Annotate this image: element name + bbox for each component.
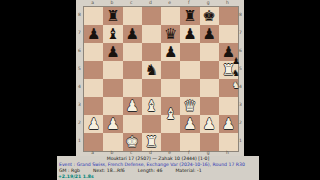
black-rook[interactable]: ♜ [183, 9, 196, 24]
square-g1[interactable] [200, 133, 219, 151]
square-a4[interactable] [84, 79, 103, 97]
square-d8[interactable] [142, 7, 161, 25]
white-king[interactable]: ♚ [125, 135, 138, 150]
square-g7[interactable]: ♟ [200, 25, 219, 43]
white-bishop[interactable]: ♝ [164, 107, 177, 122]
video-frame: abcdefgh ♜♜♚♟♝♟♛♟♟♟♟♟♞♜♟♝♝♛♟♟♟♟♟♚♜ abcde… [0, 0, 320, 180]
square-g8[interactable]: ♚ [200, 7, 219, 25]
black-pawn[interactable]: ♟ [125, 27, 138, 42]
white-rook[interactable]: ♜ [145, 135, 158, 150]
black-pawn[interactable]: ♟ [164, 45, 177, 60]
white-bishop[interactable]: ♝ [145, 99, 158, 114]
square-c7[interactable]: ♟ [123, 25, 142, 43]
square-g5[interactable] [200, 61, 219, 79]
square-d7[interactable] [142, 25, 161, 43]
square-b3[interactable] [103, 97, 122, 115]
info-item-1: Next: 18...Rf6 [93, 168, 125, 174]
black-rook[interactable]: ♜ [106, 9, 119, 24]
square-f7[interactable]: ♟ [180, 25, 199, 43]
square-a8[interactable] [84, 7, 103, 25]
square-c8[interactable] [123, 7, 142, 25]
letterbox-left [0, 0, 57, 180]
square-c6[interactable] [123, 43, 142, 61]
square-c1[interactable]: ♚ [123, 133, 142, 151]
square-a7[interactable]: ♟ [84, 25, 103, 43]
captured-black-knight-icon: ♞ [232, 67, 240, 79]
square-b4[interactable] [103, 79, 122, 97]
square-c5[interactable] [123, 61, 142, 79]
square-b2[interactable]: ♟ [103, 115, 122, 133]
game-info-panel: Mouktari 17 (2507) — Zahak 10 (2444) [1-… [57, 156, 259, 180]
square-h1[interactable] [219, 133, 238, 151]
square-e6[interactable]: ♟ [161, 43, 180, 61]
square-h8[interactable] [219, 7, 238, 25]
rank-label-3: 3 [237, 96, 244, 114]
square-f6[interactable] [180, 43, 199, 61]
letterbox-right [258, 0, 320, 180]
square-h7[interactable] [219, 25, 238, 43]
square-f2[interactable]: ♟ [180, 115, 199, 133]
white-pawn[interactable]: ♟ [202, 117, 215, 132]
square-f5[interactable] [180, 61, 199, 79]
info-item-3: Material: -1 [175, 168, 201, 174]
engine-eval-line: +2.19/21 1.8s [57, 174, 259, 180]
info-item-2: Length: 46 [138, 168, 163, 174]
white-pawn[interactable]: ♟ [125, 99, 138, 114]
square-b7[interactable]: ♝ [103, 25, 122, 43]
black-pawn[interactable]: ♟ [87, 27, 100, 42]
white-queen[interactable]: ♛ [183, 99, 196, 114]
square-c4[interactable] [123, 79, 142, 97]
square-h3[interactable] [219, 97, 238, 115]
square-h2[interactable]: ♟ [219, 115, 238, 133]
rank-label-3: 3 [76, 96, 83, 114]
square-a2[interactable]: ♟ [84, 115, 103, 133]
black-bishop[interactable]: ♝ [106, 27, 119, 42]
square-e8[interactable] [161, 7, 180, 25]
white-pawn[interactable]: ♟ [222, 117, 235, 132]
rank-label-6: 6 [76, 42, 83, 60]
square-d1[interactable]: ♜ [142, 133, 161, 151]
square-c3[interactable]: ♟ [123, 97, 142, 115]
square-f3[interactable]: ♛ [180, 97, 199, 115]
square-b5[interactable] [103, 61, 122, 79]
square-e3[interactable]: ♝ [161, 97, 180, 115]
square-f1[interactable] [180, 133, 199, 151]
captured-black-pawn-icon: ♟ [232, 55, 240, 67]
rank-labels-left: 87654321 [76, 6, 83, 150]
rank-label-7: 7 [237, 24, 244, 42]
square-d3[interactable]: ♝ [142, 97, 161, 115]
square-f8[interactable]: ♜ [180, 7, 199, 25]
square-a6[interactable] [84, 43, 103, 61]
black-pawn[interactable]: ♟ [106, 45, 119, 60]
square-a5[interactable] [84, 61, 103, 79]
rank-label-4: 4 [76, 78, 83, 96]
square-e4[interactable] [161, 79, 180, 97]
square-d5[interactable]: ♞ [142, 61, 161, 79]
square-c2[interactable] [123, 115, 142, 133]
black-king[interactable]: ♚ [202, 9, 215, 24]
square-g4[interactable] [200, 79, 219, 97]
square-e1[interactable] [161, 133, 180, 151]
white-pawn[interactable]: ♟ [106, 117, 119, 132]
rank-label-1: 1 [76, 132, 83, 150]
square-b6[interactable]: ♟ [103, 43, 122, 61]
black-pawn[interactable]: ♟ [202, 27, 215, 42]
black-knight[interactable]: ♞ [145, 63, 158, 78]
rank-label-8: 8 [237, 6, 244, 24]
square-e7[interactable]: ♛ [161, 25, 180, 43]
square-e5[interactable] [161, 61, 180, 79]
chess-board[interactable]: ♜♜♚♟♝♟♛♟♟♟♟♟♞♜♟♝♝♛♟♟♟♟♟♚♜ [83, 6, 239, 152]
white-pawn[interactable]: ♟ [183, 117, 196, 132]
white-pawn[interactable]: ♟ [87, 117, 100, 132]
black-pawn[interactable]: ♟ [183, 27, 196, 42]
rank-label-8: 8 [76, 6, 83, 24]
rank-label-1: 1 [237, 132, 244, 150]
captured-white-knight-icon: ♞ [232, 79, 240, 91]
square-f4[interactable] [180, 79, 199, 97]
rank-label-7: 7 [76, 24, 83, 42]
rank-label-2: 2 [76, 114, 83, 132]
square-d2[interactable] [142, 115, 161, 133]
square-g2[interactable]: ♟ [200, 115, 219, 133]
chess-board-frame: abcdefgh ♜♜♚♟♝♟♛♟♟♟♟♟♞♜♟♝♝♛♟♟♟♟♟♚♜ abcde… [76, 0, 244, 156]
square-d4[interactable] [142, 79, 161, 97]
rank-label-5: 5 [76, 60, 83, 78]
rank-label-2: 2 [237, 114, 244, 132]
square-d6[interactable] [142, 43, 161, 61]
square-a3[interactable] [84, 97, 103, 115]
square-a1[interactable] [84, 133, 103, 151]
captured-pieces-tray: ♟♞♞ [231, 55, 241, 91]
square-g3[interactable] [200, 97, 219, 115]
square-b1[interactable] [103, 133, 122, 151]
square-b8[interactable]: ♜ [103, 7, 122, 25]
black-queen[interactable]: ♛ [164, 27, 177, 42]
square-g6[interactable] [200, 43, 219, 61]
